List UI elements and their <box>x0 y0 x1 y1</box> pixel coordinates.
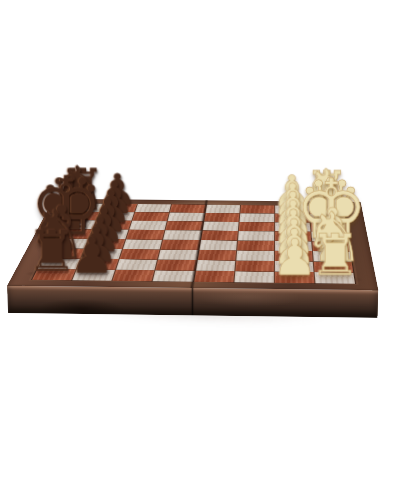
square-e4 <box>199 240 237 250</box>
square-g7: ♟ <box>77 259 119 270</box>
square-h8: ♜ <box>32 269 76 280</box>
square-h7: ♟ <box>72 269 115 280</box>
piece-white-bishop: ♝ <box>304 174 355 231</box>
square-f7: ♟ <box>81 249 122 259</box>
square-h3 <box>234 271 274 282</box>
square-d2: ♟ <box>275 232 311 242</box>
square-a2: ♟ <box>275 205 309 213</box>
board-top-surface: ♜♟♟♜♞♟♟♞♝♟♟♝♛♟♟♛♚♟♟♚♝♟♟♝♞♟♟♞♜♟♟♜ <box>7 199 378 291</box>
square-c4 <box>202 222 238 231</box>
chess-board: ♜♟♟♜♞♟♟♞♝♟♟♝♛♟♟♛♚♟♟♚♝♟♟♝♞♟♟♞♜♟♟♜ <box>7 199 378 291</box>
square-g5 <box>156 260 196 271</box>
square-e2: ♟ <box>275 241 312 251</box>
square-a8: ♜ <box>66 203 103 211</box>
piece-white-rook: ♜ <box>305 165 349 214</box>
square-c8: ♝ <box>57 220 96 229</box>
square-g2: ♟ <box>275 261 314 272</box>
square-g1: ♞ <box>314 262 354 273</box>
product-photo: ♜♟♟♜♞♟♟♞♝♟♟♝♛♟♟♛♚♟♟♚♝♟♟♝♞♟♟♞♜♟♟♜ <box>0 0 400 489</box>
piece-white-pawn: ♟ <box>272 178 312 222</box>
square-d8: ♛ <box>53 229 93 238</box>
piece-black-bishop: ♝ <box>50 172 101 229</box>
square-f2: ♟ <box>275 251 313 261</box>
square-e8: ♚ <box>48 238 89 248</box>
square-c7: ♟ <box>93 221 131 230</box>
square-a4 <box>205 205 240 213</box>
square-a5 <box>170 204 205 212</box>
square-h2: ♟ <box>275 272 315 283</box>
box-front-face <box>7 286 378 318</box>
square-g8: ♞ <box>38 258 81 269</box>
square-d6 <box>126 230 164 240</box>
square-e6 <box>123 239 162 249</box>
square-b4 <box>204 213 239 222</box>
square-f3 <box>236 250 274 260</box>
square-b6 <box>133 212 170 221</box>
square-d1: ♛ <box>311 232 348 242</box>
square-f1: ♝ <box>313 251 352 261</box>
square-c6 <box>130 221 167 230</box>
square-g3 <box>235 261 274 272</box>
square-f4 <box>197 250 236 260</box>
square-g6 <box>116 259 157 270</box>
square-b8: ♞ <box>62 212 100 221</box>
square-c2: ♟ <box>275 222 310 231</box>
square-d4 <box>201 231 238 241</box>
square-c1: ♝ <box>311 223 347 232</box>
square-e5 <box>161 240 199 250</box>
fold-seam-front-face <box>191 288 194 315</box>
square-h4 <box>193 271 233 282</box>
piece-white-pawn: ♟ <box>273 170 312 213</box>
square-a3 <box>240 205 274 213</box>
piece-black-pawn: ♟ <box>98 168 137 211</box>
square-h6 <box>113 270 155 281</box>
square-b5 <box>168 213 204 222</box>
square-d3 <box>238 231 274 241</box>
square-f8: ♝ <box>43 248 85 258</box>
piece-black-rook: ♜ <box>61 162 105 211</box>
square-c5 <box>166 221 203 230</box>
square-b3 <box>239 213 274 222</box>
square-e3 <box>237 241 274 251</box>
square-f5 <box>158 250 197 260</box>
square-c3 <box>238 222 273 231</box>
piece-black-rook: ♜ <box>27 223 78 280</box>
square-f6 <box>120 249 160 259</box>
square-a7: ♟ <box>101 204 137 212</box>
piece-white-knight: ♞ <box>300 161 355 223</box>
square-b2: ♟ <box>275 214 310 223</box>
square-a1: ♜ <box>309 206 344 215</box>
square-a6 <box>135 204 171 212</box>
square-e1: ♚ <box>312 241 350 251</box>
piece-black-pawn: ♟ <box>95 176 134 220</box>
square-h1: ♜ <box>314 272 355 283</box>
square-g4 <box>195 260 234 271</box>
square-e7: ♟ <box>86 239 126 249</box>
square-b1: ♞ <box>310 214 345 223</box>
square-h5 <box>153 270 194 281</box>
square-d7: ♟ <box>90 230 129 240</box>
square-d5 <box>163 230 201 240</box>
square-b7: ♟ <box>97 212 134 221</box>
